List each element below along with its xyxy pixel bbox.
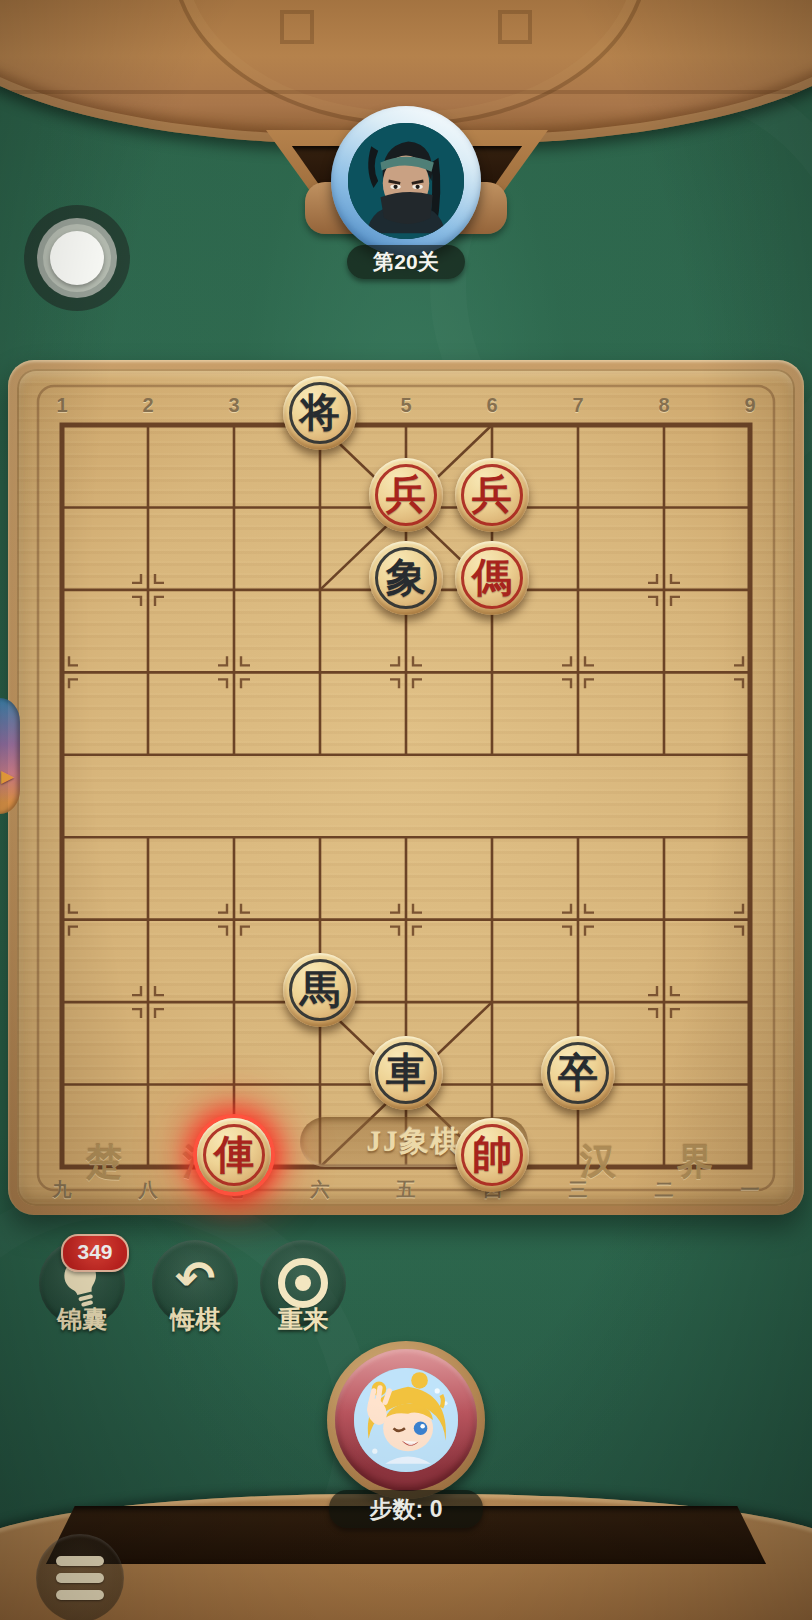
undo-arrow-icon: ↶ bbox=[175, 1255, 215, 1303]
piece-black-象[interactable]: 象 bbox=[369, 541, 443, 615]
piece-ring bbox=[375, 1042, 437, 1104]
piece-black-卒[interactable]: 卒 bbox=[541, 1036, 615, 1110]
restart-button-label: 重来 bbox=[248, 1303, 358, 1336]
piece-ring bbox=[461, 464, 523, 526]
file-label-top-2: 2 bbox=[133, 394, 163, 417]
piece-black-将[interactable]: 将 bbox=[283, 376, 357, 450]
joystick-knob bbox=[50, 231, 104, 285]
level-badge: 第20关 bbox=[347, 245, 465, 279]
player-avatar-image bbox=[354, 1368, 458, 1472]
piece-ring bbox=[547, 1042, 609, 1104]
file-label-top-1: 1 bbox=[47, 394, 77, 417]
piece-red-俥-selected[interactable]: 俥 bbox=[197, 1118, 271, 1192]
file-label-bottom-8: 二 bbox=[649, 1177, 679, 1203]
file-label-bottom-4: 六 bbox=[305, 1177, 335, 1203]
meander-engraving bbox=[498, 10, 532, 44]
file-label-top-9: 9 bbox=[735, 394, 765, 417]
opponent-avatar-image bbox=[348, 123, 464, 239]
side-drawer-tab[interactable] bbox=[0, 698, 20, 814]
file-label-top-5: 5 bbox=[391, 394, 421, 417]
piece-ring bbox=[461, 547, 523, 609]
arc-groove bbox=[0, 90, 812, 94]
joystick-ring-inner bbox=[43, 224, 111, 292]
joystick-button[interactable] bbox=[24, 205, 130, 311]
file-label-top-7: 7 bbox=[563, 394, 593, 417]
file-label-bottom-5: 五 bbox=[391, 1177, 421, 1203]
file-label-bottom-2: 八 bbox=[133, 1177, 163, 1203]
file-label-bottom-1: 九 bbox=[47, 1177, 77, 1203]
piece-black-馬[interactable]: 馬 bbox=[283, 953, 357, 1027]
piece-ring bbox=[203, 1124, 265, 1186]
piece-ring bbox=[461, 1124, 523, 1186]
file-label-top-3: 3 bbox=[219, 394, 249, 417]
piece-ring bbox=[289, 382, 351, 444]
piece-ring bbox=[375, 464, 437, 526]
joystick-ring bbox=[37, 218, 117, 298]
meander-engraving bbox=[280, 10, 314, 44]
piece-red-兵[interactable]: 兵 bbox=[369, 458, 443, 532]
piece-red-帥[interactable]: 帥 bbox=[455, 1118, 529, 1192]
menu-button[interactable] bbox=[36, 1534, 124, 1620]
drawer-arrow-icon[interactable]: ▶ bbox=[1, 766, 14, 787]
hamburger-icon bbox=[56, 1556, 104, 1566]
piece-red-兵[interactable]: 兵 bbox=[455, 458, 529, 532]
undo-button-label: 悔棋 bbox=[140, 1303, 250, 1336]
blonde-girl-illustration bbox=[354, 1368, 458, 1472]
piece-red-傌[interactable]: 傌 bbox=[455, 541, 529, 615]
piece-ring bbox=[375, 547, 437, 609]
file-label-top-6: 6 bbox=[477, 394, 507, 417]
file-label-top-8: 8 bbox=[649, 394, 679, 417]
steps-counter: 步数: 0 bbox=[329, 1490, 483, 1528]
file-label-bottom-7: 三 bbox=[563, 1177, 593, 1203]
hint-button-label: 锦囊 bbox=[27, 1303, 137, 1336]
hint-count-badge: 349 bbox=[61, 1234, 129, 1272]
masked-swordsman-illustration bbox=[348, 123, 464, 239]
piece-ring bbox=[289, 959, 351, 1021]
piece-black-車[interactable]: 車 bbox=[369, 1036, 443, 1110]
target-circle-icon bbox=[278, 1258, 328, 1308]
xiangqi-game-screen: { "game": "xiangqi", "opponent": { "leve… bbox=[0, 0, 812, 1620]
file-label-bottom-9: 一 bbox=[735, 1177, 765, 1203]
